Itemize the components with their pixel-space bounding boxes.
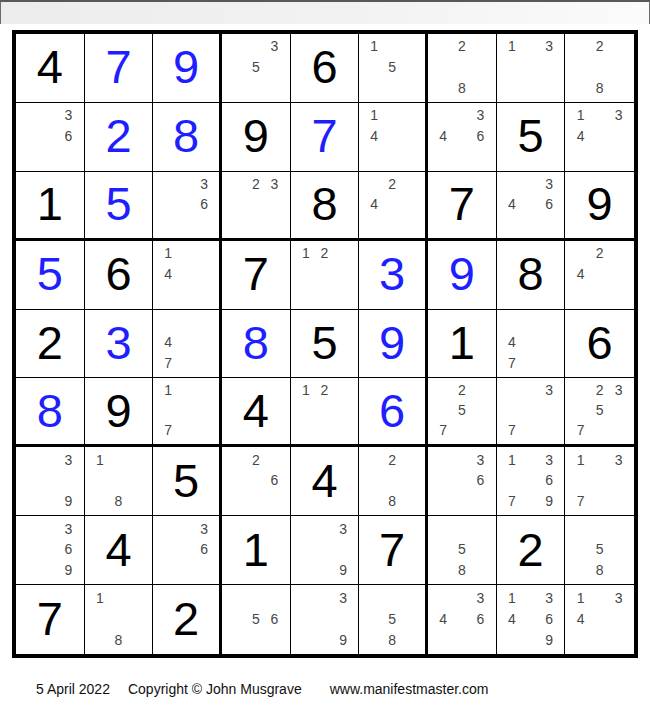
cell-r6c1: 8 — [16, 378, 85, 447]
cell-r4c4: 7 — [222, 241, 291, 310]
pencil-mark-slot-8 — [247, 629, 266, 650]
pencil-mark-slot-9 — [401, 146, 419, 167]
given-digit: 2 — [517, 526, 543, 573]
cell-r7c7: 36 — [428, 447, 497, 516]
pencil-mark-slot-7: 7 — [571, 420, 590, 440]
pencil-mark-slot-7 — [228, 77, 247, 98]
pencil-mark-slot-6 — [334, 608, 353, 629]
pencil-mark-slot-9 — [195, 353, 213, 374]
cell-r7c5: 4 — [291, 447, 360, 516]
solved-digit: 8 — [37, 387, 63, 434]
cell-r6c9: 2357 — [565, 378, 634, 447]
pencil-mark-slot-7 — [434, 491, 453, 512]
pencil-mark-slot-1: 1 — [571, 105, 590, 126]
pencil-mark-slot-5 — [383, 470, 401, 491]
pencil-mark-slot-5: 5 — [383, 608, 401, 629]
pencil-mark-slot-7 — [22, 146, 41, 167]
pencil-mark-slot-9 — [401, 491, 419, 512]
pencil-mark-slot-3: 3 — [540, 174, 559, 194]
pencil-mark-slot-1 — [159, 312, 177, 333]
pencil-mark-slot-3 — [334, 243, 353, 264]
pencil-marks: 18 — [85, 585, 153, 654]
pencil-mark-slot-9 — [609, 559, 628, 580]
pencil-mark-slot-2: 2 — [590, 36, 609, 57]
cell-r1c8: 13 — [497, 34, 566, 103]
pencil-mark-slot-6 — [265, 57, 284, 78]
pencil-mark-slot-6: 6 — [265, 608, 284, 629]
cell-r4c8: 8 — [497, 241, 566, 310]
footer: 5 April 2022 Copyright © John Musgrave w… — [36, 679, 488, 699]
cell-r6c6: 6 — [359, 378, 428, 447]
given-digit: 6 — [105, 250, 131, 297]
pencil-mark-slot-3 — [540, 312, 559, 333]
pencil-marks: 134 — [565, 585, 634, 654]
pencil-mark-slot-7 — [22, 559, 41, 580]
pencil-mark-slot-7 — [228, 214, 247, 234]
pencil-mark-slot-6: 6 — [471, 126, 490, 147]
pencil-mark-slot-8 — [41, 146, 60, 167]
cell-r4c1: 5 — [16, 241, 85, 310]
pencil-mark-slot-6 — [265, 194, 284, 214]
pencil-mark-slot-6 — [609, 126, 628, 147]
given-digit: 7 — [243, 250, 269, 297]
pencil-mark-slot-5 — [521, 194, 540, 214]
cell-r5c2: 3 — [85, 310, 154, 379]
pencil-mark-slot-3: 3 — [59, 105, 78, 126]
pencil-mark-slot-2 — [41, 518, 60, 539]
pencil-mark-slot-9: 9 — [540, 629, 559, 650]
pencil-mark-slot-1: 1 — [91, 449, 110, 470]
pencil-mark-slot-7 — [571, 146, 590, 167]
pencil-mark-slot-9 — [471, 146, 490, 167]
pencil-mark-slot-2: 2 — [247, 174, 266, 194]
pencil-mark-slot-8 — [521, 491, 540, 512]
pencil-mark-slot-9: 9 — [334, 559, 353, 580]
pencil-mark-slot-8 — [453, 420, 472, 440]
cell-r1c4: 35 — [222, 34, 291, 103]
pencil-mark-slot-6 — [334, 400, 353, 420]
pencil-mark-slot-5 — [315, 263, 334, 284]
cell-r3c3: 36 — [153, 172, 222, 241]
pencil-mark-slot-9 — [334, 420, 353, 440]
footer-copyright: Copyright © John Musgrave — [128, 681, 302, 697]
cell-r8c3: 36 — [153, 516, 222, 585]
pencil-mark-slot-3 — [128, 587, 147, 608]
pencil-mark-slot-8 — [177, 284, 195, 305]
cell-r2c2: 2 — [85, 103, 154, 172]
pencil-mark-slot-8: 8 — [109, 491, 128, 512]
pencil-mark-slot-3: 3 — [609, 380, 628, 400]
cell-r7c2: 18 — [85, 447, 154, 516]
pencil-mark-slot-3: 3 — [540, 587, 559, 608]
cell-r8c2: 4 — [85, 516, 154, 585]
cell-r3c9: 9 — [565, 172, 634, 241]
pencil-mark-slot-7 — [434, 559, 453, 580]
cell-r4c6: 3 — [359, 241, 428, 310]
cell-r9c5: 39 — [291, 585, 360, 654]
cell-r9c4: 56 — [222, 585, 291, 654]
pencil-mark-slot-5 — [315, 539, 334, 560]
pencil-mark-slot-6: 6 — [540, 608, 559, 629]
pencil-marks: 56 — [222, 585, 290, 654]
solved-digit: 8 — [243, 319, 269, 366]
pencil-mark-slot-8 — [315, 420, 334, 440]
cell-r6c7: 257 — [428, 378, 497, 447]
pencil-mark-slot-3: 3 — [265, 36, 284, 57]
pencil-mark-slot-9 — [401, 77, 419, 98]
pencil-mark-slot-7 — [297, 559, 316, 580]
pencil-mark-slot-2 — [177, 380, 195, 400]
pencil-mark-slot-8: 8 — [590, 77, 609, 98]
pencil-mark-slot-8 — [41, 559, 60, 580]
pencil-mark-slot-4 — [22, 470, 41, 491]
pencil-mark-slot-2 — [109, 449, 128, 470]
solved-digit: 5 — [105, 180, 131, 227]
pencil-mark-slot-2: 2 — [383, 174, 401, 194]
pencil-mark-slot-6: 6 — [471, 470, 490, 491]
cell-r6c4: 4 — [222, 378, 291, 447]
pencil-mark-slot-7: 7 — [503, 491, 522, 512]
pencil-mark-slot-9 — [609, 146, 628, 167]
pencil-mark-slot-8 — [590, 629, 609, 650]
pencil-mark-slot-3 — [128, 449, 147, 470]
pencil-mark-slot-6 — [195, 263, 213, 284]
pencil-mark-slot-5 — [177, 194, 195, 214]
pencil-mark-slot-4 — [159, 194, 177, 214]
given-digit: 2 — [37, 319, 63, 366]
pencil-mark-slot-3 — [195, 243, 213, 264]
pencil-mark-slot-5 — [247, 194, 266, 214]
pencil-mark-slot-1: 1 — [159, 380, 177, 400]
cell-r3c5: 8 — [291, 172, 360, 241]
pencil-marks: 28 — [565, 34, 634, 102]
pencil-mark-slot-1: 1 — [571, 587, 590, 608]
pencil-mark-slot-7 — [434, 629, 453, 650]
pencil-mark-slot-2 — [41, 449, 60, 470]
pencil-mark-slot-7 — [571, 629, 590, 650]
pencil-mark-slot-8 — [383, 77, 401, 98]
solved-digit: 9 — [449, 250, 475, 297]
pencil-mark-slot-4: 4 — [571, 608, 590, 629]
pencil-mark-slot-4 — [571, 539, 590, 560]
pencil-mark-slot-6: 6 — [195, 194, 213, 214]
cell-r2c3: 8 — [153, 103, 222, 172]
pencil-mark-slot-9 — [195, 284, 213, 305]
pencil-mark-slot-4: 4 — [503, 608, 522, 629]
pencil-mark-slot-3: 3 — [540, 380, 559, 400]
cell-r9c9: 134 — [565, 585, 634, 654]
solved-digit: 9 — [173, 43, 199, 90]
cell-r4c7: 9 — [428, 241, 497, 310]
pencil-mark-slot-4 — [365, 470, 383, 491]
pencil-mark-slot-3 — [401, 587, 419, 608]
pencil-mark-slot-4 — [91, 608, 110, 629]
pencil-mark-slot-7 — [365, 491, 383, 512]
pencil-mark-slot-3: 3 — [540, 449, 559, 470]
pencil-mark-slot-1 — [434, 105, 453, 126]
pencil-mark-slot-3: 3 — [334, 518, 353, 539]
given-digit: 4 — [243, 387, 269, 434]
pencil-mark-slot-1 — [159, 518, 177, 539]
pencil-mark-slot-7 — [571, 559, 590, 580]
pencil-mark-slot-3: 3 — [195, 518, 213, 539]
cell-r6c5: 12 — [291, 378, 360, 447]
cell-r4c5: 12 — [291, 241, 360, 310]
pencil-mark-slot-7: 7 — [503, 420, 522, 440]
pencil-mark-slot-7: 7 — [434, 420, 453, 440]
given-digit: 8 — [517, 250, 543, 297]
cell-r9c2: 18 — [85, 585, 154, 654]
pencil-marks: 346 — [497, 172, 565, 238]
pencil-mark-slot-6 — [195, 332, 213, 353]
pencil-marks: 24 — [565, 241, 634, 309]
pencil-mark-slot-7 — [297, 284, 316, 305]
pencil-mark-slot-8 — [177, 420, 195, 440]
given-digit: 5 — [173, 457, 199, 504]
pencil-marks: 39 — [16, 447, 84, 515]
pencil-mark-slot-4 — [297, 608, 316, 629]
pencil-mark-slot-4 — [503, 400, 522, 420]
pencil-mark-slot-4 — [297, 400, 316, 420]
pencil-mark-slot-2 — [383, 36, 401, 57]
given-digit: 6 — [311, 43, 337, 90]
pencil-mark-slot-6 — [195, 400, 213, 420]
pencil-mark-slot-1 — [571, 243, 590, 264]
pencil-mark-slot-4 — [228, 194, 247, 214]
cell-r2c5: 7 — [291, 103, 360, 172]
cell-r8c6: 7 — [359, 516, 428, 585]
given-digit: 7 — [37, 595, 63, 642]
pencil-mark-slot-2 — [590, 587, 609, 608]
pencil-mark-slot-6 — [471, 57, 490, 78]
cell-r1c1: 4 — [16, 34, 85, 103]
pencil-mark-slot-1 — [297, 518, 316, 539]
pencil-mark-slot-1 — [365, 587, 383, 608]
pencil-mark-slot-4 — [571, 400, 590, 420]
pencil-mark-slot-4 — [228, 608, 247, 629]
pencil-mark-slot-9 — [609, 284, 628, 305]
pencil-mark-slot-4 — [434, 470, 453, 491]
pencil-marks: 36 — [153, 516, 219, 584]
pencil-mark-slot-9 — [471, 420, 490, 440]
pencil-mark-slot-6: 6 — [471, 608, 490, 629]
cell-r9c6: 58 — [359, 585, 428, 654]
given-digit: 1 — [449, 319, 475, 366]
pencil-mark-slot-4: 4 — [571, 263, 590, 284]
pencil-mark-slot-9: 9 — [59, 491, 78, 512]
solved-digit: 2 — [105, 112, 131, 159]
cell-r3c4: 23 — [222, 172, 291, 241]
pencil-mark-slot-1 — [365, 449, 383, 470]
pencil-mark-slot-9 — [609, 491, 628, 512]
pencil-marks: 369 — [16, 516, 84, 584]
given-digit: 7 — [379, 526, 405, 573]
pencil-mark-slot-4 — [228, 470, 247, 491]
pencil-marks: 36 — [16, 103, 84, 171]
pencil-marks: 346 — [428, 103, 496, 171]
pencil-mark-slot-1 — [228, 36, 247, 57]
pencil-mark-slot-1 — [22, 518, 41, 539]
pencil-mark-slot-2 — [590, 105, 609, 126]
pencil-mark-slot-7 — [91, 629, 110, 650]
pencil-mark-slot-3: 3 — [471, 587, 490, 608]
cell-r5c4: 8 — [222, 310, 291, 379]
pencil-mark-slot-9 — [195, 559, 213, 580]
cell-r7c1: 39 — [16, 447, 85, 516]
pencil-mark-slot-4 — [159, 400, 177, 420]
solved-digit: 7 — [311, 112, 337, 159]
pencil-mark-slot-8 — [247, 491, 266, 512]
pencil-mark-slot-3 — [609, 518, 628, 539]
pencil-mark-slot-5: 5 — [590, 400, 609, 420]
pencil-mark-slot-9 — [195, 420, 213, 440]
pencil-mark-slot-8 — [383, 146, 401, 167]
cell-r3c1: 1 — [16, 172, 85, 241]
pencil-mark-slot-9 — [471, 629, 490, 650]
solved-digit: 3 — [379, 250, 405, 297]
pencil-mark-slot-5 — [590, 470, 609, 491]
pencil-mark-slot-1 — [228, 449, 247, 470]
pencil-mark-slot-9 — [540, 77, 559, 98]
pencil-mark-slot-6 — [401, 608, 419, 629]
given-digit: 7 — [449, 180, 475, 227]
pencil-mark-slot-8 — [315, 559, 334, 580]
pencil-mark-slot-9: 9 — [59, 559, 78, 580]
pencil-mark-slot-4 — [297, 263, 316, 284]
pencil-mark-slot-5 — [590, 126, 609, 147]
cell-r8c4: 1 — [222, 516, 291, 585]
pencil-mark-slot-2 — [453, 587, 472, 608]
pencil-mark-slot-6: 6 — [195, 539, 213, 560]
pencil-mark-slot-3: 3 — [609, 587, 628, 608]
pencil-mark-slot-8 — [315, 629, 334, 650]
pencil-mark-slot-2 — [177, 174, 195, 194]
pencil-marks: 18 — [85, 447, 153, 515]
pencil-mark-slot-8 — [247, 214, 266, 234]
pencil-mark-slot-7 — [159, 284, 177, 305]
pencil-mark-slot-6 — [540, 332, 559, 353]
pencil-mark-slot-2 — [453, 518, 472, 539]
pencil-marks: 12 — [291, 378, 359, 444]
cell-r3c2: 5 — [85, 172, 154, 241]
pencil-mark-slot-6 — [401, 126, 419, 147]
pencil-mark-slot-6: 6 — [265, 470, 284, 491]
pencil-mark-slot-9 — [265, 629, 284, 650]
cell-r9c3: 2 — [153, 585, 222, 654]
pencil-mark-slot-8 — [590, 420, 609, 440]
pencil-mark-slot-3 — [401, 174, 419, 194]
pencil-mark-slot-8 — [41, 491, 60, 512]
pencil-mark-slot-4 — [434, 57, 453, 78]
pencil-marks: 26 — [222, 447, 290, 515]
pencil-mark-slot-8 — [453, 629, 472, 650]
pencil-mark-slot-5 — [383, 126, 401, 147]
solved-digit: 6 — [379, 387, 405, 434]
sudoku-grid: 4793561528132836289714346513415362382473… — [12, 30, 638, 658]
cell-r1c5: 6 — [291, 34, 360, 103]
pencil-mark-slot-9 — [265, 214, 284, 234]
pencil-mark-slot-5 — [41, 470, 60, 491]
pencil-marks: 14 — [153, 241, 219, 309]
cell-r2c4: 9 — [222, 103, 291, 172]
window-top-bar — [0, 0, 650, 24]
pencil-mark-slot-5 — [177, 400, 195, 420]
pencil-mark-slot-8 — [521, 420, 540, 440]
pencil-mark-slot-7 — [297, 420, 316, 440]
pencil-marks: 47 — [497, 310, 565, 378]
pencil-mark-slot-2 — [383, 587, 401, 608]
cell-r7c9: 137 — [565, 447, 634, 516]
pencil-mark-slot-2: 2 — [315, 380, 334, 400]
pencil-mark-slot-3: 3 — [334, 587, 353, 608]
pencil-marks: 24 — [359, 172, 425, 238]
pencil-mark-slot-1: 1 — [159, 243, 177, 264]
pencil-mark-slot-5 — [453, 126, 472, 147]
pencil-mark-slot-6: 6 — [540, 470, 559, 491]
footer-date: 5 April 2022 — [36, 681, 110, 697]
pencil-marks: 15 — [359, 34, 425, 102]
pencil-mark-slot-1 — [571, 36, 590, 57]
given-digit: 5 — [517, 112, 543, 159]
pencil-mark-slot-9 — [59, 146, 78, 167]
pencil-mark-slot-3: 3 — [265, 174, 284, 194]
pencil-mark-slot-2 — [521, 174, 540, 194]
pencil-mark-slot-9 — [401, 629, 419, 650]
pencil-marks: 47 — [153, 310, 219, 378]
pencil-mark-slot-4 — [297, 539, 316, 560]
pencil-mark-slot-9 — [195, 214, 213, 234]
pencil-mark-slot-3 — [471, 518, 490, 539]
pencil-mark-slot-7 — [365, 146, 383, 167]
pencil-mark-slot-3: 3 — [471, 449, 490, 470]
solved-digit: 9 — [379, 319, 405, 366]
pencil-mark-slot-1 — [22, 105, 41, 126]
pencil-mark-slot-6: 6 — [59, 539, 78, 560]
pencil-mark-slot-5: 5 — [590, 539, 609, 560]
pencil-mark-slot-3 — [195, 312, 213, 333]
pencil-mark-slot-6 — [128, 470, 147, 491]
cell-r9c8: 13469 — [497, 585, 566, 654]
pencil-mark-slot-8 — [177, 559, 195, 580]
pencil-mark-slot-9 — [609, 420, 628, 440]
pencil-mark-slot-1 — [571, 518, 590, 539]
pencil-mark-slot-9 — [540, 353, 559, 374]
pencil-mark-slot-1 — [434, 36, 453, 57]
pencil-mark-slot-2: 2 — [453, 36, 472, 57]
pencil-mark-slot-2 — [453, 105, 472, 126]
pencil-mark-slot-1 — [159, 174, 177, 194]
pencil-mark-slot-4: 4 — [159, 332, 177, 353]
pencil-mark-slot-9 — [265, 77, 284, 98]
pencil-mark-slot-3: 3 — [59, 518, 78, 539]
footer-website: www.manifestmaster.com — [330, 681, 489, 697]
pencil-mark-slot-4 — [22, 539, 41, 560]
pencil-marks: 12 — [291, 241, 359, 309]
pencil-mark-slot-5 — [315, 608, 334, 629]
cell-r8c5: 39 — [291, 516, 360, 585]
pencil-mark-slot-9 — [540, 420, 559, 440]
pencil-mark-slot-1 — [434, 449, 453, 470]
pencil-mark-slot-2 — [247, 36, 266, 57]
given-digit: 9 — [105, 387, 131, 434]
pencil-marks: 17 — [153, 378, 219, 444]
cell-r5c8: 47 — [497, 310, 566, 379]
cell-r4c2: 6 — [85, 241, 154, 310]
pencil-mark-slot-6 — [609, 608, 628, 629]
pencil-mark-slot-2: 2 — [590, 380, 609, 400]
pencil-mark-slot-1: 1 — [503, 587, 522, 608]
pencil-mark-slot-1 — [297, 587, 316, 608]
